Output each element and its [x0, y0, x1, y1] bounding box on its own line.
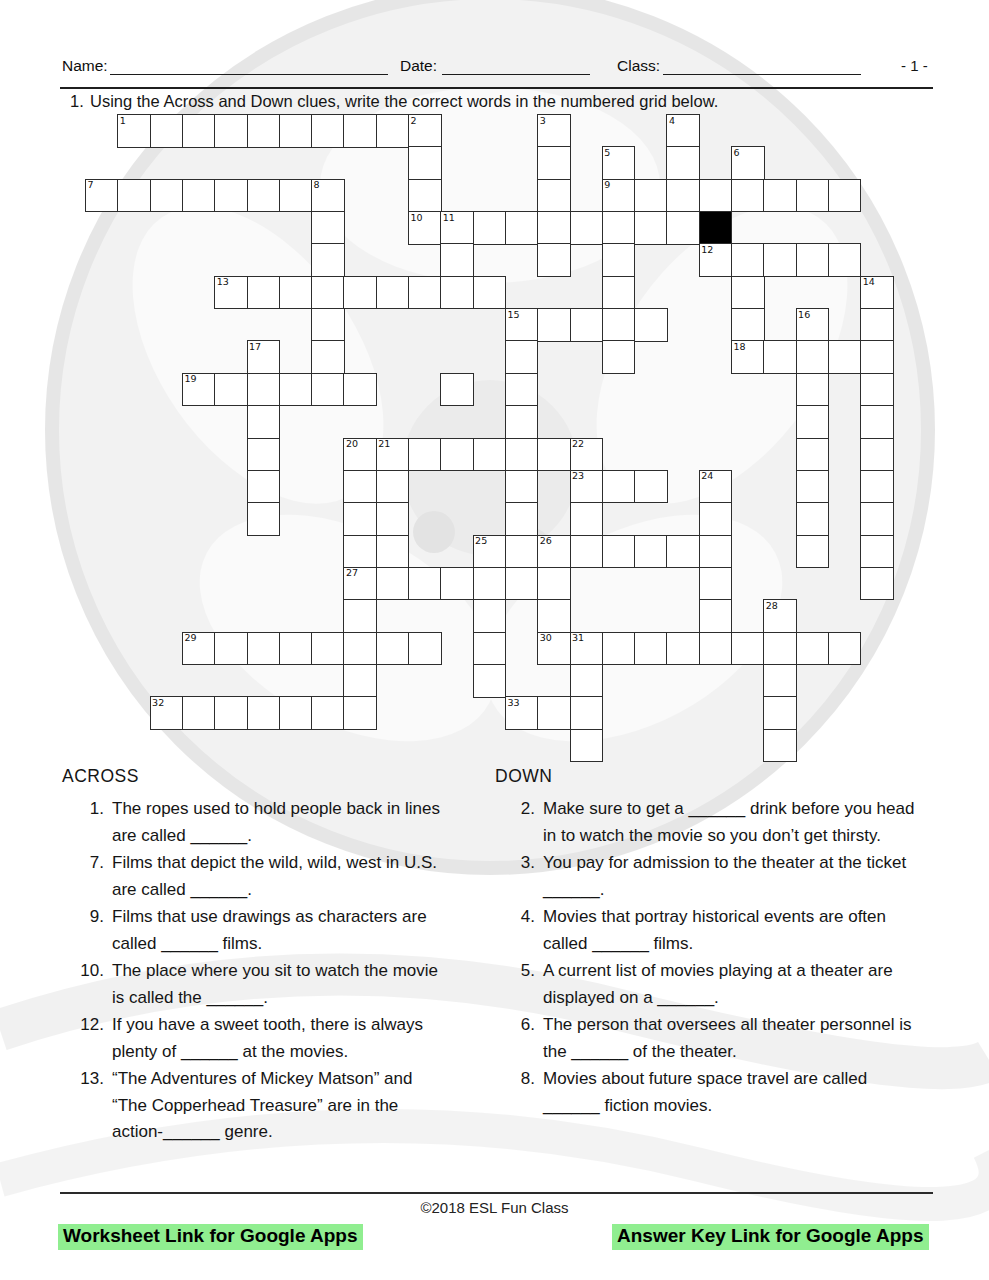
grid-cell[interactable]	[117, 179, 151, 213]
cell-number: 10	[411, 213, 423, 223]
grid-cell[interactable]	[828, 179, 862, 213]
grid-cell[interactable]	[473, 599, 507, 633]
grid-cell[interactable]	[343, 470, 377, 504]
grid-cell[interactable]	[634, 632, 668, 666]
grid-cell[interactable]	[473, 664, 507, 698]
grid-cell[interactable]	[247, 696, 281, 730]
class-label: Class:	[617, 57, 660, 75]
cell-number: 24	[701, 471, 713, 481]
clue-text: A current list of movies playing at a th…	[543, 958, 925, 1011]
grid-cell[interactable]	[731, 632, 765, 666]
grid-cell[interactable]: 1	[117, 114, 151, 148]
instruction-text: Using the Across and Down clues, write t…	[90, 92, 718, 111]
grid-cell[interactable]	[537, 243, 571, 277]
grid-cell[interactable]	[570, 664, 604, 698]
grid-cell[interactable]	[343, 599, 377, 633]
grid-cell[interactable]	[279, 276, 313, 310]
grid-cell[interactable]	[505, 211, 539, 245]
grid-cell[interactable]	[731, 179, 765, 213]
clue-item: 3.You pay for admission to the theater a…	[495, 850, 935, 903]
cell-number: 18	[734, 342, 746, 352]
grid-cell[interactable]	[860, 308, 894, 342]
grid-cell[interactable]	[763, 179, 797, 213]
grid-cell[interactable]	[150, 179, 184, 213]
clue-text: The ropes used to hold people back in li…	[112, 796, 452, 849]
grid-cell[interactable]	[311, 276, 345, 310]
grid-cell[interactable]: 29	[182, 632, 216, 666]
grid-cell[interactable]	[279, 373, 313, 407]
grid-cell[interactable]: 18	[731, 340, 765, 374]
clue-text: The place where you sit to watch the mov…	[112, 958, 452, 1011]
grid-cell[interactable]	[343, 373, 377, 407]
cell-number: 15	[507, 310, 519, 320]
grid-cell[interactable]: 3	[537, 114, 571, 148]
name-field-line[interactable]	[110, 57, 388, 75]
crossword-grid: 1234567891011121314151617181920212223242…	[85, 114, 893, 762]
clue-text: The person that oversees all theater per…	[543, 1012, 925, 1065]
clue-item: 7.Films that depict the wild, wild, west…	[62, 850, 462, 903]
name-label: Name:	[62, 57, 108, 75]
grid-cell[interactable]	[505, 502, 539, 536]
grid-cell[interactable]	[699, 599, 733, 633]
grid-cell[interactable]	[343, 535, 377, 569]
grid-cell[interactable]: 9	[602, 179, 636, 213]
grid-cell[interactable]	[796, 243, 830, 277]
footer-rule	[60, 1192, 933, 1194]
grid-cell[interactable]	[247, 632, 281, 666]
grid-cell[interactable]	[602, 211, 636, 245]
clue-item: 13.“The Adventures of Mickey Matson” and…	[62, 1066, 462, 1146]
cell-number: 1	[120, 116, 126, 126]
grid-cell[interactable]: 7	[85, 179, 119, 213]
grid-cell[interactable]: 22	[570, 438, 604, 472]
grid-cell[interactable]	[537, 179, 571, 213]
grid-cell[interactable]	[570, 502, 604, 536]
grid-cell[interactable]	[247, 438, 281, 472]
clue-list-number: 6.	[495, 1012, 535, 1065]
grid-cell[interactable]	[311, 114, 345, 148]
grid-cell[interactable]	[247, 405, 281, 439]
grid-cell[interactable]	[666, 179, 700, 213]
clue-list-number: 12.	[62, 1012, 104, 1065]
blocked-cell	[699, 211, 733, 245]
grid-cell[interactable]	[408, 179, 442, 213]
grid-cell[interactable]	[537, 599, 571, 633]
grid-cell[interactable]	[796, 535, 830, 569]
grid-cell[interactable]	[247, 276, 281, 310]
cell-number: 6	[734, 148, 740, 158]
cell-number: 2	[411, 116, 417, 126]
grid-cell[interactable]	[666, 146, 700, 180]
copyright: ©2018 ESL Fun Class	[0, 1199, 989, 1216]
grid-cell[interactable]	[860, 405, 894, 439]
clue-item: 4.Movies that portray historical events …	[495, 904, 935, 957]
grid-cell[interactable]	[763, 664, 797, 698]
clue-text: Make sure to get a ______ drink before y…	[543, 796, 925, 849]
grid-cell[interactable]: 10	[408, 211, 442, 245]
grid-cell[interactable]	[634, 308, 668, 342]
grid-cell[interactable]	[505, 470, 539, 504]
clue-item: 12.If you have a sweet tooth, there is a…	[62, 1012, 462, 1065]
grid-cell[interactable]: 30	[537, 632, 571, 666]
clue-list-number: 8.	[495, 1066, 535, 1119]
grid-cell[interactable]	[311, 308, 345, 342]
grid-cell[interactable]	[796, 373, 830, 407]
grid-cell[interactable]	[214, 373, 248, 407]
grid-cell[interactable]	[473, 567, 507, 601]
grid-cell[interactable]: 6	[731, 146, 765, 180]
grid-cell[interactable]: 14	[860, 276, 894, 310]
clue-text: Movies that portray historical events ar…	[543, 904, 925, 957]
cell-number: 27	[346, 568, 358, 578]
grid-cell[interactable]	[602, 243, 636, 277]
grid-cell[interactable]	[828, 340, 862, 374]
cell-number: 29	[184, 633, 196, 643]
cell-number: 17	[249, 342, 261, 352]
grid-cell[interactable]	[505, 535, 539, 569]
cell-number: 20	[346, 439, 358, 449]
grid-cell[interactable]	[247, 114, 281, 148]
grid-cell[interactable]	[763, 243, 797, 277]
grid-cell[interactable]	[376, 114, 410, 148]
grid-cell[interactable]	[376, 535, 410, 569]
worksheet-link[interactable]: Worksheet Link for Google Apps	[58, 1224, 363, 1250]
clue-item: 6.The person that oversees all theater p…	[495, 1012, 935, 1065]
grid-cell[interactable]	[376, 470, 410, 504]
grid-cell[interactable]	[796, 405, 830, 439]
grid-cell[interactable]	[537, 211, 571, 245]
grid-cell[interactable]	[279, 179, 313, 213]
grid-cell[interactable]	[699, 535, 733, 569]
grid-cell[interactable]	[440, 438, 474, 472]
grid-cell[interactable]	[570, 696, 604, 730]
cell-number: 23	[572, 471, 584, 481]
grid-cell[interactable]: 33	[505, 696, 539, 730]
grid-cell[interactable]: 13	[214, 276, 248, 310]
down-clue-list: 2.Make sure to get a ______ drink before…	[495, 796, 935, 1119]
grid-cell[interactable]	[763, 696, 797, 730]
grid-cell[interactable]: 26	[537, 535, 571, 569]
grid-cell[interactable]	[731, 243, 765, 277]
grid-cell[interactable]	[731, 308, 765, 342]
grid-cell[interactable]	[440, 276, 474, 310]
grid-cell[interactable]	[150, 114, 184, 148]
grid-cell[interactable]: 32	[150, 696, 184, 730]
class-field-line[interactable]	[663, 57, 861, 75]
grid-cell[interactable]	[731, 276, 765, 310]
clue-text: “The Adventures of Mickey Matson” and “T…	[112, 1066, 452, 1146]
grid-cell[interactable]	[408, 146, 442, 180]
grid-cell[interactable]	[634, 535, 668, 569]
grid-cell[interactable]	[699, 502, 733, 536]
grid-cell[interactable]	[860, 470, 894, 504]
grid-cell[interactable]	[602, 632, 636, 666]
down-clues-section: DOWN 2.Make sure to get a ______ drink b…	[495, 766, 935, 1120]
cell-number: 3	[540, 116, 546, 126]
grid-cell[interactable]: 5	[602, 146, 636, 180]
grid-cell[interactable]	[537, 146, 571, 180]
date-label: Date:	[400, 57, 437, 75]
grid-cell[interactable]	[343, 502, 377, 536]
grid-cell[interactable]: 21	[376, 438, 410, 472]
grid-cell[interactable]	[828, 243, 862, 277]
grid-cell[interactable]	[376, 276, 410, 310]
grid-cell[interactable]	[763, 729, 797, 763]
grid-cell[interactable]	[537, 567, 571, 601]
clue-list-number: 4.	[495, 904, 535, 957]
grid-cell[interactable]	[860, 567, 894, 601]
grid-cell[interactable]: 11	[440, 211, 474, 245]
grid-cell[interactable]	[796, 632, 830, 666]
page-number: - 1 -	[901, 57, 928, 74]
grid-cell[interactable]	[570, 535, 604, 569]
date-field-line[interactable]	[442, 57, 590, 75]
grid-cell[interactable]	[505, 405, 539, 439]
grid-cell[interactable]	[796, 179, 830, 213]
clue-text: You pay for admission to the theater at …	[543, 850, 925, 903]
grid-cell[interactable]	[279, 632, 313, 666]
cell-number: 5	[604, 148, 610, 158]
cell-number: 13	[217, 277, 229, 287]
grid-cell[interactable]	[311, 696, 345, 730]
grid-cell[interactable]	[182, 179, 216, 213]
grid-cell[interactable]	[699, 179, 733, 213]
grid-cell[interactable]: 20	[343, 438, 377, 472]
cell-number: 11	[443, 213, 455, 223]
cell-number: 21	[378, 439, 390, 449]
grid-cell[interactable]	[505, 438, 539, 472]
clue-text: If you have a sweet tooth, there is alwa…	[112, 1012, 452, 1065]
grid-cell[interactable]	[505, 567, 539, 601]
cell-number: 4	[669, 116, 675, 126]
grid-cell[interactable]: 17	[247, 340, 281, 374]
grid-cell[interactable]	[311, 373, 345, 407]
grid-cell[interactable]	[505, 373, 539, 407]
cell-number: 33	[507, 698, 519, 708]
grid-cell[interactable]	[602, 276, 636, 310]
grid-cell[interactable]	[570, 729, 604, 763]
grid-cell[interactable]	[247, 502, 281, 536]
cell-number: 8	[314, 180, 320, 190]
cell-number: 14	[863, 277, 875, 287]
instruction-number: 1.	[70, 92, 90, 111]
grid-cell[interactable]	[311, 340, 345, 374]
grid-cell[interactable]	[247, 373, 281, 407]
grid-cell[interactable]	[311, 243, 345, 277]
grid-cell[interactable]	[634, 470, 668, 504]
clue-list-number: 3.	[495, 850, 535, 903]
grid-cell[interactable]	[376, 502, 410, 536]
grid-cell[interactable]	[860, 535, 894, 569]
grid-cell[interactable]	[473, 438, 507, 472]
clue-list-number: 5.	[495, 958, 535, 1011]
grid-cell[interactable]	[473, 211, 507, 245]
clue-list-number: 1.	[62, 796, 104, 849]
cell-number: 19	[184, 374, 196, 384]
worksheet-page: Name: Date: Class: - 1 - 1. Using the Ac…	[0, 0, 989, 1280]
grid-cell[interactable]: 31	[570, 632, 604, 666]
grid-cell[interactable]	[182, 114, 216, 148]
grid-cell[interactable]: 28	[763, 599, 797, 633]
grid-cell[interactable]	[860, 502, 894, 536]
grid-cell[interactable]	[473, 632, 507, 666]
grid-cell[interactable]	[408, 567, 442, 601]
grid-cell[interactable]: 19	[182, 373, 216, 407]
cell-number: 22	[572, 439, 584, 449]
grid-cell[interactable]	[666, 211, 700, 245]
grid-cell[interactable]	[440, 243, 474, 277]
grid-cell[interactable]: 25	[473, 535, 507, 569]
grid-cell[interactable]	[214, 114, 248, 148]
grid-cell[interactable]	[763, 340, 797, 374]
grid-cell[interactable]	[311, 211, 345, 245]
grid-cell[interactable]	[473, 276, 507, 310]
grid-cell[interactable]: 15	[505, 308, 539, 342]
grid-cell[interactable]	[666, 632, 700, 666]
grid-cell[interactable]: 2	[408, 114, 442, 148]
cell-number: 30	[540, 633, 552, 643]
clue-list-number: 13.	[62, 1066, 104, 1146]
grid-cell[interactable]	[634, 179, 668, 213]
grid-cell[interactable]	[279, 114, 313, 148]
across-clue-list: 1.The ropes used to hold people back in …	[62, 796, 462, 1146]
clue-list-number: 2.	[495, 796, 535, 849]
grid-cell[interactable]	[440, 373, 474, 407]
grid-cell[interactable]	[214, 179, 248, 213]
grid-cell[interactable]	[537, 308, 571, 342]
grid-cell[interactable]: 12	[699, 243, 733, 277]
cell-number: 16	[798, 310, 810, 320]
grid-cell[interactable]: 24	[699, 470, 733, 504]
grid-cell[interactable]	[602, 340, 636, 374]
down-title: DOWN	[495, 766, 935, 787]
grid-cell[interactable]: 4	[666, 114, 700, 148]
clue-item: 9.Films that use drawings as characters …	[62, 904, 462, 957]
grid-cell[interactable]	[828, 632, 862, 666]
grid-cell[interactable]	[860, 373, 894, 407]
grid-cell[interactable]	[602, 470, 636, 504]
cell-number: 32	[152, 698, 164, 708]
grid-cell[interactable]	[247, 470, 281, 504]
across-clues-section: ACROSS 1.The ropes used to hold people b…	[62, 766, 462, 1147]
clue-item: 1.The ropes used to hold people back in …	[62, 796, 462, 849]
header-rule	[60, 87, 933, 89]
grid-cell[interactable]	[214, 696, 248, 730]
cell-number: 26	[540, 536, 552, 546]
grid-cell[interactable]	[311, 632, 345, 666]
clue-list-number: 10.	[62, 958, 104, 1011]
grid-cell[interactable]	[343, 664, 377, 698]
grid-cell[interactable]: 16	[796, 308, 830, 342]
grid-cell[interactable]	[860, 438, 894, 472]
grid-cell[interactable]	[408, 438, 442, 472]
grid-cell[interactable]	[570, 211, 604, 245]
clue-item: 8.Movies about future space travel are c…	[495, 1066, 935, 1119]
clue-list-number: 7.	[62, 850, 104, 903]
clue-text: Movies about future space travel are cal…	[543, 1066, 925, 1119]
grid-cell[interactable]	[699, 632, 733, 666]
grid-cell[interactable]	[602, 535, 636, 569]
cell-number: 12	[701, 245, 713, 255]
grid-cell[interactable]	[796, 438, 830, 472]
grid-cell[interactable]	[602, 308, 636, 342]
grid-cell[interactable]	[376, 567, 410, 601]
grid-cell[interactable]	[537, 696, 571, 730]
cell-number: 31	[572, 633, 584, 643]
cell-number: 7	[88, 180, 94, 190]
clue-item: 2.Make sure to get a ______ drink before…	[495, 796, 935, 849]
grid-cell[interactable]	[247, 179, 281, 213]
grid-cell[interactable]	[796, 340, 830, 374]
grid-cell[interactable]	[537, 438, 571, 472]
grid-cell[interactable]	[699, 567, 733, 601]
grid-cell[interactable]: 27	[343, 567, 377, 601]
answer-key-link[interactable]: Answer Key Link for Google Apps	[612, 1224, 929, 1250]
grid-cell[interactable]	[796, 470, 830, 504]
cell-number: 25	[475, 536, 487, 546]
grid-cell[interactable]	[666, 535, 700, 569]
clue-item: 10.The place where you sit to watch the …	[62, 958, 462, 1011]
clue-text: Films that use drawings as characters ar…	[112, 904, 452, 957]
grid-cell[interactable]: 8	[311, 179, 345, 213]
grid-cell[interactable]	[343, 632, 377, 666]
cell-number: 28	[766, 601, 778, 611]
across-title: ACROSS	[62, 766, 462, 787]
grid-cell[interactable]	[343, 696, 377, 730]
grid-cell[interactable]	[634, 211, 668, 245]
grid-cell[interactable]	[860, 340, 894, 374]
grid-cell[interactable]	[408, 276, 442, 310]
grid-cell[interactable]	[763, 632, 797, 666]
grid-cell[interactable]	[796, 502, 830, 536]
grid-cell[interactable]	[214, 632, 248, 666]
clue-text: Films that depict the wild, wild, west i…	[112, 850, 452, 903]
cell-number: 9	[604, 180, 610, 190]
grid-cell[interactable]: 23	[570, 470, 604, 504]
clue-list-number: 9.	[62, 904, 104, 957]
grid-cell[interactable]	[408, 632, 442, 666]
grid-cell[interactable]	[570, 308, 604, 342]
grid-cell[interactable]	[279, 696, 313, 730]
grid-cell[interactable]	[343, 276, 377, 310]
grid-cell[interactable]	[343, 114, 377, 148]
instruction: 1. Using the Across and Down clues, writ…	[70, 92, 718, 111]
grid-cell[interactable]	[440, 567, 474, 601]
clue-item: 5.A current list of movies playing at a …	[495, 958, 935, 1011]
grid-cell[interactable]	[376, 632, 410, 666]
grid-cell[interactable]	[505, 340, 539, 374]
grid-cell[interactable]	[182, 696, 216, 730]
